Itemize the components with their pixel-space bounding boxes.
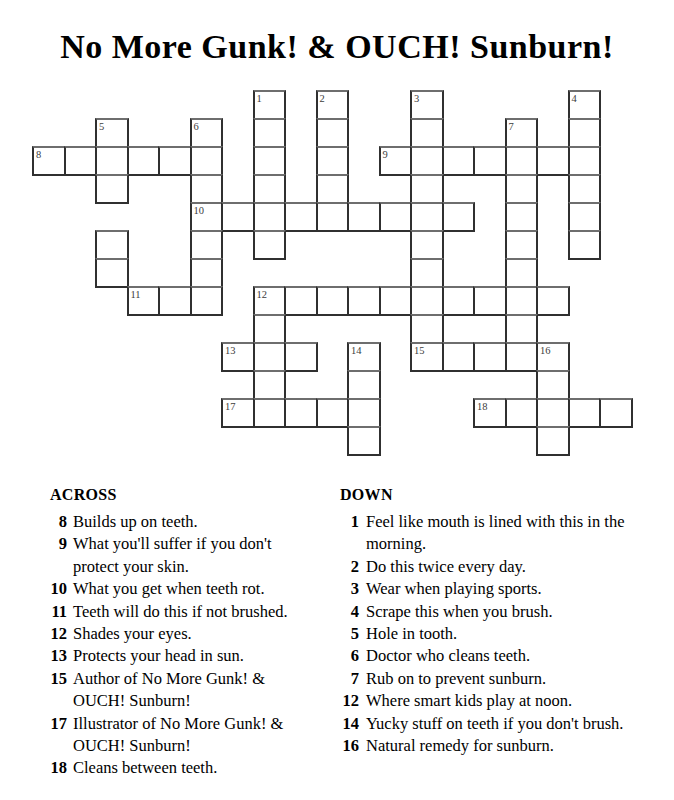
across-clue-15-text: Author of No More Gunk! & OUCH! Sunburn! <box>73 668 314 713</box>
cell-r12-c10[interactable] <box>347 426 381 456</box>
cell-r9-c6[interactable] <box>221 342 255 372</box>
cell-r5-c17[interactable] <box>568 230 602 260</box>
cell-r11-c17[interactable] <box>568 398 602 428</box>
cell-r2-c3[interactable] <box>127 146 161 176</box>
cell-r3-c9[interactable] <box>316 174 350 204</box>
down-clue-2-text: Do this twice every day. <box>366 556 646 578</box>
cell-r9-c12[interactable] <box>410 342 444 372</box>
cell-r4-c6[interactable] <box>221 202 255 232</box>
cell-r9-c7[interactable] <box>253 342 287 372</box>
cell-r2-c16[interactable] <box>536 146 570 176</box>
across-clue-9-number: 9 <box>50 533 67 578</box>
across-clue-17-text: Illustrator of No More Gunk! & OUCH! Sun… <box>73 713 314 758</box>
cell-r3-c7[interactable] <box>253 174 287 204</box>
cell-r3-c5[interactable] <box>190 174 224 204</box>
cell-r4-c7[interactable] <box>253 202 287 232</box>
across-clue-15: 15Author of No More Gunk! & OUCH! Sunbur… <box>50 668 314 713</box>
across-clue-10: 10What you get when teeth rot. <box>50 578 314 600</box>
cell-r2-c11[interactable] <box>379 146 413 176</box>
down-clue-4-number: 4 <box>340 601 359 623</box>
down-clue-6-number: 6 <box>340 645 359 667</box>
cell-r4-c17[interactable] <box>568 202 602 232</box>
down-clue-6-text: Doctor who cleans teeth. <box>366 645 646 667</box>
down-clue-7-number: 7 <box>340 668 359 690</box>
cell-r0-c17[interactable] <box>568 90 602 120</box>
down-clue-3-number: 3 <box>340 578 359 600</box>
across-clue-11-number: 11 <box>50 601 67 623</box>
across-clue-8-number: 8 <box>50 511 67 533</box>
cell-r0-c7[interactable] <box>253 90 287 120</box>
down-clue-5-number: 5 <box>340 623 359 645</box>
cell-r2-c0[interactable] <box>32 146 66 176</box>
cell-r11-c6[interactable] <box>221 398 255 428</box>
down-clue-1: 1Feel like mouth is lined with this in t… <box>340 511 646 556</box>
across-clue-12-text: Shades your eyes. <box>73 623 314 645</box>
cell-r8-c15[interactable] <box>505 314 539 344</box>
cell-r2-c5[interactable] <box>190 146 224 176</box>
across-clue-18-number: 18 <box>50 757 67 779</box>
cell-r2-c4[interactable] <box>158 146 192 176</box>
across-clue-9-text: What you'll suffer if you don't protect … <box>73 533 314 578</box>
cell-r11-c18[interactable] <box>599 398 633 428</box>
across-clue-18: 18Cleans between teeth. <box>50 757 314 779</box>
cell-r2-c9[interactable] <box>316 146 350 176</box>
down-clue-2-number: 2 <box>340 556 359 578</box>
cell-r7-c7[interactable] <box>253 286 287 316</box>
cell-r6-c5[interactable] <box>190 258 224 288</box>
down-clue-14-number: 14 <box>340 713 359 735</box>
cell-r4-c10[interactable] <box>347 202 381 232</box>
cell-r11-c15[interactable] <box>505 398 539 428</box>
cell-r7-c5[interactable] <box>190 286 224 316</box>
down-header: DOWN <box>340 486 646 504</box>
cell-r1-c12[interactable] <box>410 118 444 148</box>
cell-r9-c8[interactable] <box>284 342 318 372</box>
cell-r2-c14[interactable] <box>473 146 507 176</box>
cell-r4-c13[interactable] <box>442 202 476 232</box>
cell-r7-c13[interactable] <box>442 286 476 316</box>
cell-r7-c15[interactable] <box>505 286 539 316</box>
across-clue-17-number: 17 <box>50 713 67 758</box>
cell-r8-c12[interactable] <box>410 314 444 344</box>
cell-r10-c10[interactable] <box>347 370 381 400</box>
down-clue-12: 12Where smart kids play at noon. <box>340 690 646 712</box>
cell-r4-c5[interactable] <box>190 202 224 232</box>
cell-r12-c16[interactable] <box>536 426 570 456</box>
across-clue-13-text: Protects your head in sun. <box>73 645 314 667</box>
down-clue-16-number: 16 <box>340 735 359 757</box>
cell-r10-c7[interactable] <box>253 370 287 400</box>
across-clue-12-number: 12 <box>50 623 67 645</box>
down-clues-section: DOWN 1Feel like mouth is lined with this… <box>340 486 646 757</box>
cell-r6-c15[interactable] <box>505 258 539 288</box>
down-clue-4: 4Scrape this when you brush. <box>340 601 646 623</box>
down-clue-16: 16Natural remedy for sunburn. <box>340 735 646 757</box>
cell-r7-c11[interactable] <box>379 286 413 316</box>
down-clue-12-text: Where smart kids play at noon. <box>366 690 646 712</box>
cell-r7-c9[interactable] <box>316 286 350 316</box>
across-clue-8-text: Builds up on teeth. <box>73 511 314 533</box>
down-clue-1-number: 1 <box>340 511 359 556</box>
cell-r1-c5[interactable] <box>190 118 224 148</box>
cell-r3-c12[interactable] <box>410 174 444 204</box>
cell-r1-c9[interactable] <box>316 118 350 148</box>
cell-r2-c17[interactable] <box>568 146 602 176</box>
cell-r3-c17[interactable] <box>568 174 602 204</box>
down-clue-2: 2Do this twice every day. <box>340 556 646 578</box>
cell-r9-c15[interactable] <box>505 342 539 372</box>
cell-r5-c7[interactable] <box>253 230 287 260</box>
down-clue-14: 14Yucky stuff on teeth if you don't brus… <box>340 713 646 735</box>
cell-r11-c8[interactable] <box>284 398 318 428</box>
across-header: ACROSS <box>50 486 314 504</box>
down-clue-7: 7Rub on to prevent sunburn. <box>340 668 646 690</box>
down-clue-5-text: Hole in tooth. <box>366 623 646 645</box>
cell-r6-c12[interactable] <box>410 258 444 288</box>
cell-r7-c12[interactable] <box>410 286 444 316</box>
down-clue-3-text: Wear when playing sports. <box>366 578 646 600</box>
across-clue-13-number: 13 <box>50 645 67 667</box>
down-clue-1-text: Feel like mouth is lined with this in th… <box>366 511 646 556</box>
cell-r6-c2[interactable] <box>95 258 129 288</box>
cell-r5-c2[interactable] <box>95 230 129 260</box>
cell-r4-c8[interactable] <box>284 202 318 232</box>
across-clue-8: 8Builds up on teeth. <box>50 511 314 533</box>
down-clue-list: 1Feel like mouth is lined with this in t… <box>340 511 646 757</box>
across-clues-section: ACROSS 8Builds up on teeth.9What you'll … <box>50 486 314 780</box>
across-clue-list: 8Builds up on teeth.9What you'll suffer … <box>50 511 314 780</box>
cell-r7-c14[interactable] <box>473 286 507 316</box>
across-clue-15-number: 15 <box>50 668 67 713</box>
cell-r5-c15[interactable] <box>505 230 539 260</box>
cell-r0-c12[interactable] <box>410 90 444 120</box>
cell-r5-c5[interactable] <box>190 230 224 260</box>
across-clue-10-text: What you get when teeth rot. <box>73 578 314 600</box>
down-clue-6: 6Doctor who cleans teeth. <box>340 645 646 667</box>
cell-r9-c14[interactable] <box>473 342 507 372</box>
across-clue-17: 17Illustrator of No More Gunk! & OUCH! S… <box>50 713 314 758</box>
cell-r1-c15[interactable] <box>505 118 539 148</box>
down-clue-5: 5Hole in tooth. <box>340 623 646 645</box>
cell-r9-c13[interactable] <box>442 342 476 372</box>
cell-r2-c1[interactable] <box>64 146 98 176</box>
cell-r4-c15[interactable] <box>505 202 539 232</box>
cell-r2-c2[interactable] <box>95 146 129 176</box>
cell-r4-c12[interactable] <box>410 202 444 232</box>
cell-r11-c7[interactable] <box>253 398 287 428</box>
cell-r2-c15[interactable] <box>505 146 539 176</box>
cell-r11-c14[interactable] <box>473 398 507 428</box>
down-clue-16-text: Natural remedy for sunburn. <box>366 735 646 757</box>
cell-r11-c9[interactable] <box>316 398 350 428</box>
cell-r1-c7[interactable] <box>253 118 287 148</box>
crossword-worksheet: No More Gunk! & OUCH! Sunburn! 123456789… <box>0 0 674 800</box>
cell-r11-c16[interactable] <box>536 398 570 428</box>
cell-r9-c16[interactable] <box>536 342 570 372</box>
cell-r1-c17[interactable] <box>568 118 602 148</box>
cell-r0-c9[interactable] <box>316 90 350 120</box>
across-clue-11: 11Teeth will do this if not brushed. <box>50 601 314 623</box>
cell-r3-c2[interactable] <box>95 174 129 204</box>
cell-r7-c4[interactable] <box>158 286 192 316</box>
cell-r5-c12[interactable] <box>410 230 444 260</box>
cell-r7-c10[interactable] <box>347 286 381 316</box>
cell-r7-c3[interactable] <box>127 286 161 316</box>
cell-r11-c10[interactable] <box>347 398 381 428</box>
cell-r4-c9[interactable] <box>316 202 350 232</box>
cell-r3-c15[interactable] <box>505 174 539 204</box>
across-clue-18-text: Cleans between teeth. <box>73 757 314 779</box>
cell-r8-c7[interactable] <box>253 314 287 344</box>
down-clue-4-text: Scrape this when you brush. <box>366 601 646 623</box>
down-clue-14-text: Yucky stuff on teeth if you don't brush. <box>366 713 646 735</box>
down-clue-12-number: 12 <box>340 690 359 712</box>
cell-r2-c13[interactable] <box>442 146 476 176</box>
cell-r7-c16[interactable] <box>536 286 570 316</box>
across-clue-10-number: 10 <box>50 578 67 600</box>
across-clue-13: 13Protects your head in sun. <box>50 645 314 667</box>
cell-r4-c11[interactable] <box>379 202 413 232</box>
cell-r2-c7[interactable] <box>253 146 287 176</box>
down-clue-3: 3Wear when playing sports. <box>340 578 646 600</box>
across-clue-9: 9What you'll suffer if you don't protect… <box>50 533 314 578</box>
across-clue-11-text: Teeth will do this if not brushed. <box>73 601 314 623</box>
across-clue-12: 12Shades your eyes. <box>50 623 314 645</box>
down-clue-7-text: Rub on to prevent sunburn. <box>366 668 646 690</box>
cell-r9-c10[interactable] <box>347 342 381 372</box>
crossword-grid: 123456789101112131415161718 <box>32 90 634 457</box>
cell-r1-c2[interactable] <box>95 118 129 148</box>
cell-r2-c12[interactable] <box>410 146 444 176</box>
cell-r10-c16[interactable] <box>536 370 570 400</box>
cell-r7-c8[interactable] <box>284 286 318 316</box>
page-title: No More Gunk! & OUCH! Sunburn! <box>0 28 674 66</box>
